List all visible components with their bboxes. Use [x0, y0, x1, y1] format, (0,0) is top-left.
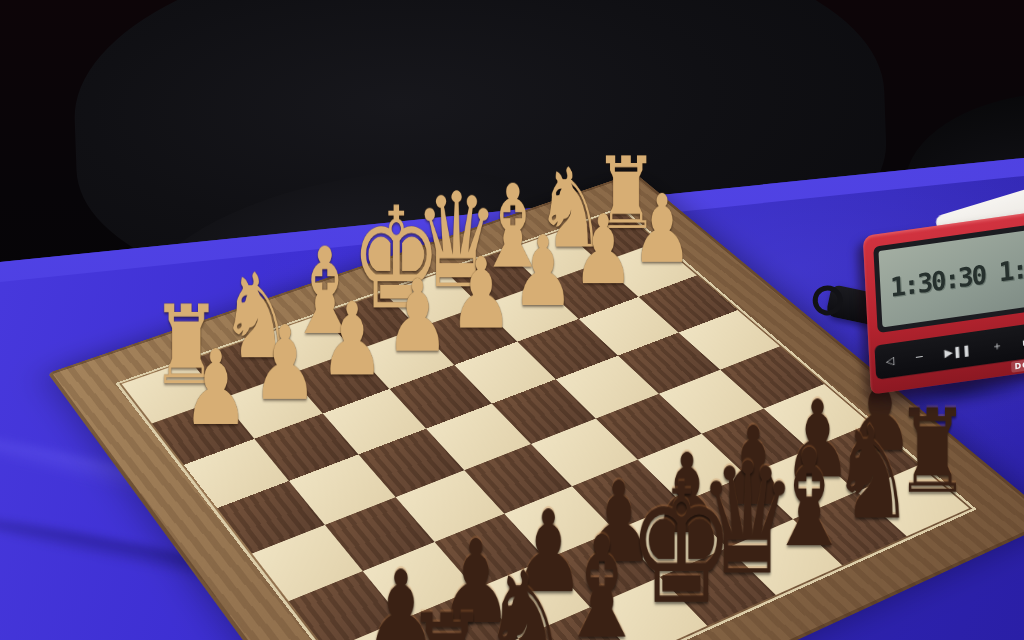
sound-button[interactable]: ◁: [885, 355, 894, 367]
white-time-display: 1:30:30: [890, 260, 986, 303]
minus-button[interactable]: −: [914, 350, 924, 362]
dgt-chess-clock: 1:30:30 1:30:30 ◁−▶❚❚＋► DGT: [863, 211, 1024, 394]
white-pawn-c2[interactable]: ♟: [512, 223, 564, 320]
black-knight-g8[interactable]: ♞: [482, 553, 545, 640]
white-pawn-g2[interactable]: ♟: [252, 312, 307, 414]
plus-button[interactable]: ＋: [991, 339, 1002, 352]
white-pawn-e2[interactable]: ♟: [385, 266, 438, 366]
white-pawn-d2[interactable]: ♟: [449, 244, 501, 342]
clock-button-bar: ◁−▶❚❚＋►: [874, 322, 1024, 379]
play-pause-button[interactable]: ▶❚❚: [944, 344, 971, 359]
black-rook-h8[interactable]: ♜: [405, 596, 469, 640]
white-pawn-a2[interactable]: ♟: [632, 182, 682, 276]
scene-photo: ♜♞♝♚♛♝♞♜♟♟♟♟♟♟♟♟♟♟♟♟♟♟♟♟♜♞♝♚♛♝♞♜ 1:30:30…: [0, 0, 1024, 640]
white-pawn-f2[interactable]: ♟: [320, 289, 374, 390]
clock-lcd-frame: 1:30:30 1:30:30: [873, 224, 1024, 333]
white-pawn-h2[interactable]: ♟: [182, 336, 237, 440]
black-time-display: 1:30:30: [998, 244, 1024, 287]
white-pawn-b2[interactable]: ♟: [572, 202, 623, 298]
clock-lcd: 1:30:30 1:30:30: [878, 230, 1024, 327]
